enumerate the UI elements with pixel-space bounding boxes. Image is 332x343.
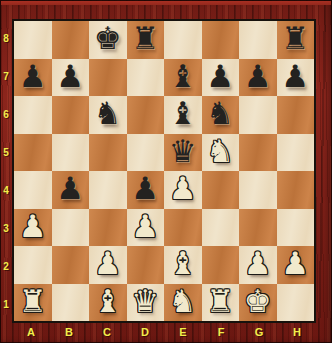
piece-black-bishop[interactable]: ♝ (169, 98, 197, 129)
piece-white-knight[interactable]: ♞ (206, 136, 234, 167)
rank-label-4: 4 (0, 171, 12, 209)
square-e3[interactable] (164, 209, 202, 247)
rank-label-7: 7 (0, 57, 12, 95)
piece-white-pawn[interactable]: ♟ (169, 173, 197, 204)
piece-black-knight[interactable]: ♞ (206, 98, 234, 129)
square-e4[interactable]: ♟ (164, 171, 202, 209)
square-b1[interactable] (52, 284, 90, 322)
square-b2[interactable] (52, 246, 90, 284)
piece-black-king[interactable]: ♚ (94, 23, 122, 54)
piece-black-pawn[interactable]: ♟ (244, 61, 272, 92)
square-g1[interactable]: ♚ (239, 284, 277, 322)
piece-white-king[interactable]: ♚ (244, 286, 272, 317)
square-e7[interactable]: ♝ (164, 59, 202, 97)
file-labels: ABCDEFGH (12, 322, 316, 342)
square-h8[interactable]: ♜ (277, 21, 315, 59)
square-d2[interactable] (127, 246, 165, 284)
square-c7[interactable] (89, 59, 127, 97)
square-d7[interactable] (127, 59, 165, 97)
rank-label-1: 1 (0, 285, 12, 323)
square-f3[interactable] (202, 209, 240, 247)
file-label-a: A (12, 322, 50, 342)
square-a1[interactable]: ♜ (14, 284, 52, 322)
square-h2[interactable]: ♟ (277, 246, 315, 284)
square-h5[interactable] (277, 134, 315, 172)
square-g2[interactable]: ♟ (239, 246, 277, 284)
rank-label-3: 3 (0, 209, 12, 247)
square-b6[interactable] (52, 96, 90, 134)
square-f7[interactable]: ♟ (202, 59, 240, 97)
square-h7[interactable]: ♟ (277, 59, 315, 97)
square-d4[interactable]: ♟ (127, 171, 165, 209)
square-c4[interactable] (89, 171, 127, 209)
square-f6[interactable]: ♞ (202, 96, 240, 134)
piece-white-bishop[interactable]: ♝ (169, 248, 197, 279)
square-a3[interactable]: ♟ (14, 209, 52, 247)
square-d6[interactable] (127, 96, 165, 134)
square-f2[interactable] (202, 246, 240, 284)
square-b8[interactable] (52, 21, 90, 59)
square-c6[interactable]: ♞ (89, 96, 127, 134)
square-d1[interactable]: ♛ (127, 284, 165, 322)
piece-white-pawn[interactable]: ♟ (19, 211, 47, 242)
square-h3[interactable] (277, 209, 315, 247)
square-c8[interactable]: ♚ (89, 21, 127, 59)
square-e6[interactable]: ♝ (164, 96, 202, 134)
square-a4[interactable] (14, 171, 52, 209)
piece-white-rook[interactable]: ♜ (19, 286, 47, 317)
square-a6[interactable] (14, 96, 52, 134)
piece-white-pawn[interactable]: ♟ (244, 248, 272, 279)
square-f1[interactable]: ♜ (202, 284, 240, 322)
square-a7[interactable]: ♟ (14, 59, 52, 97)
square-b7[interactable]: ♟ (52, 59, 90, 97)
piece-black-pawn[interactable]: ♟ (19, 61, 47, 92)
piece-black-knight[interactable]: ♞ (94, 98, 122, 129)
rank-label-8: 8 (0, 19, 12, 57)
square-c3[interactable] (89, 209, 127, 247)
square-e8[interactable] (164, 21, 202, 59)
square-f5[interactable]: ♞ (202, 134, 240, 172)
piece-white-bishop[interactable]: ♝ (94, 286, 122, 317)
piece-white-pawn[interactable]: ♟ (281, 248, 309, 279)
square-c5[interactable] (89, 134, 127, 172)
square-h6[interactable] (277, 96, 315, 134)
file-label-d: D (126, 322, 164, 342)
piece-black-pawn[interactable]: ♟ (206, 61, 234, 92)
square-g5[interactable] (239, 134, 277, 172)
square-g4[interactable] (239, 171, 277, 209)
file-label-e: E (164, 322, 202, 342)
square-c1[interactable]: ♝ (89, 284, 127, 322)
piece-white-knight[interactable]: ♞ (169, 286, 197, 317)
chess-board-widget: 87654321 ♚♜♜♟♟♝♟♟♟♞♝♞♛♞♟♟♟♟♟♟♝♟♟♜♝♛♞♜♚ A… (0, 0, 332, 343)
square-b3[interactable] (52, 209, 90, 247)
square-e1[interactable]: ♞ (164, 284, 202, 322)
piece-black-rook[interactable]: ♜ (131, 23, 159, 54)
square-e2[interactable]: ♝ (164, 246, 202, 284)
square-a5[interactable] (14, 134, 52, 172)
piece-black-pawn[interactable]: ♟ (56, 173, 84, 204)
square-a2[interactable] (14, 246, 52, 284)
square-g3[interactable] (239, 209, 277, 247)
square-b4[interactable]: ♟ (52, 171, 90, 209)
rank-label-2: 2 (0, 247, 12, 285)
rank-labels: 87654321 (0, 19, 12, 323)
piece-white-rook[interactable]: ♜ (206, 286, 234, 317)
piece-white-pawn[interactable]: ♟ (131, 211, 159, 242)
square-h1[interactable] (277, 284, 315, 322)
piece-black-queen[interactable]: ♛ (169, 136, 197, 167)
square-d5[interactable] (127, 134, 165, 172)
rank-label-5: 5 (0, 133, 12, 171)
square-f4[interactable] (202, 171, 240, 209)
piece-black-pawn[interactable]: ♟ (131, 173, 159, 204)
rank-label-6: 6 (0, 95, 12, 133)
square-b5[interactable] (52, 134, 90, 172)
square-a8[interactable] (14, 21, 52, 59)
square-c2[interactable]: ♟ (89, 246, 127, 284)
piece-white-pawn[interactable]: ♟ (94, 248, 122, 279)
piece-black-pawn[interactable]: ♟ (56, 61, 84, 92)
file-label-c: C (88, 322, 126, 342)
square-d8[interactable]: ♜ (127, 21, 165, 59)
file-label-h: H (278, 322, 316, 342)
square-f8[interactable] (202, 21, 240, 59)
square-e5[interactable]: ♛ (164, 134, 202, 172)
file-label-g: G (240, 322, 278, 342)
piece-black-pawn[interactable]: ♟ (281, 61, 309, 92)
piece-white-queen[interactable]: ♛ (131, 286, 159, 317)
square-g7[interactable]: ♟ (239, 59, 277, 97)
file-label-b: B (50, 322, 88, 342)
square-d3[interactable]: ♟ (127, 209, 165, 247)
square-h4[interactable] (277, 171, 315, 209)
piece-black-bishop[interactable]: ♝ (169, 61, 197, 92)
file-label-f: F (202, 322, 240, 342)
chess-board: ♚♜♜♟♟♝♟♟♟♞♝♞♛♞♟♟♟♟♟♟♝♟♟♜♝♛♞♜♚ (12, 19, 316, 323)
piece-black-rook[interactable]: ♜ (281, 23, 309, 54)
square-g6[interactable] (239, 96, 277, 134)
border-top-band (1, 1, 331, 5)
square-g8[interactable] (239, 21, 277, 59)
